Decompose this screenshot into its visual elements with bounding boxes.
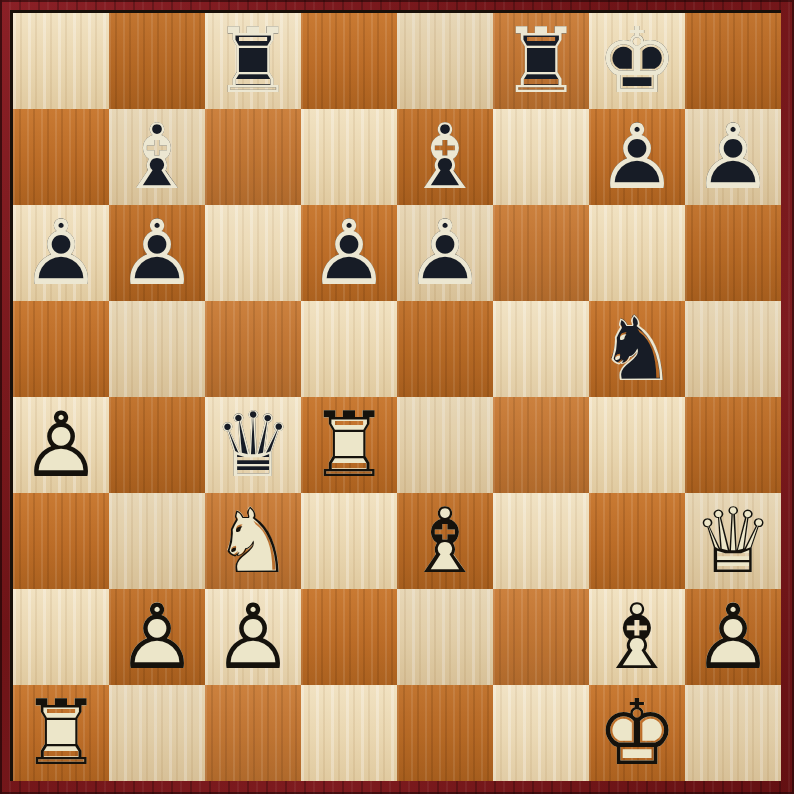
queen-outline-icon: ♕: [693, 493, 774, 589]
white-rook-a1[interactable]: ♜♖: [13, 685, 109, 781]
square-a5[interactable]: [13, 301, 109, 397]
square-h6[interactable]: [685, 205, 781, 301]
square-c8[interactable]: ♜♖: [205, 13, 301, 109]
rook-outline-icon: ♖: [21, 685, 102, 781]
square-a3[interactable]: [13, 493, 109, 589]
chess-board: ♜♖♜♖♚♔♝♗♝♗♟♙♟♙♟♙♟♙♟♙♟♙♞♘♟♙♛♕♜♖♞♘♝♗♛♕♟♙♟♙…: [13, 13, 781, 781]
square-g8[interactable]: ♚♔: [589, 13, 685, 109]
square-g6[interactable]: [589, 205, 685, 301]
king-outline-icon: ♔: [597, 685, 678, 781]
knight-outline-icon: ♘: [597, 301, 678, 397]
square-d7[interactable]: [301, 109, 397, 205]
square-c2[interactable]: ♟♙: [205, 589, 301, 685]
white-king-g1[interactable]: ♚♔: [589, 685, 685, 781]
square-g3[interactable]: [589, 493, 685, 589]
square-f8[interactable]: ♜♖: [493, 13, 589, 109]
white-queen-h3[interactable]: ♛♕: [685, 493, 781, 589]
square-g4[interactable]: [589, 397, 685, 493]
square-g7[interactable]: ♟♙: [589, 109, 685, 205]
pawn-outline-icon: ♙: [405, 205, 486, 301]
square-h5[interactable]: [685, 301, 781, 397]
white-bishop-g2[interactable]: ♝♗: [589, 589, 685, 685]
black-rook-c8[interactable]: ♜♖: [205, 13, 301, 109]
square-b7[interactable]: ♝♗: [109, 109, 205, 205]
square-e3[interactable]: ♝♗: [397, 493, 493, 589]
square-b6[interactable]: ♟♙: [109, 205, 205, 301]
square-a7[interactable]: [13, 109, 109, 205]
square-e2[interactable]: [397, 589, 493, 685]
square-h2[interactable]: ♟♙: [685, 589, 781, 685]
black-pawn-h7[interactable]: ♟♙: [685, 109, 781, 205]
black-bishop-e7[interactable]: ♝♗: [397, 109, 493, 205]
square-b5[interactable]: [109, 301, 205, 397]
square-e7[interactable]: ♝♗: [397, 109, 493, 205]
rook-outline-icon: ♖: [213, 13, 294, 109]
black-pawn-g7[interactable]: ♟♙: [589, 109, 685, 205]
square-c1[interactable]: [205, 685, 301, 781]
square-a1[interactable]: ♜♖: [13, 685, 109, 781]
square-c4[interactable]: ♛♕: [205, 397, 301, 493]
white-pawn-a4[interactable]: ♟♙: [13, 397, 109, 493]
square-a8[interactable]: [13, 13, 109, 109]
rook-outline-icon: ♖: [309, 397, 390, 493]
square-d4[interactable]: ♜♖: [301, 397, 397, 493]
black-bishop-b7[interactable]: ♝♗: [109, 109, 205, 205]
white-pawn-c2[interactable]: ♟♙: [205, 589, 301, 685]
pawn-outline-icon: ♙: [693, 589, 774, 685]
square-c7[interactable]: [205, 109, 301, 205]
square-f5[interactable]: [493, 301, 589, 397]
pawn-outline-icon: ♙: [21, 205, 102, 301]
queen-outline-icon: ♕: [213, 397, 294, 493]
bishop-outline-icon: ♗: [117, 109, 198, 205]
black-king-g8[interactable]: ♚♔: [589, 13, 685, 109]
square-d5[interactable]: [301, 301, 397, 397]
board-frame: ♜♖♜♖♚♔♝♗♝♗♟♙♟♙♟♙♟♙♟♙♟♙♞♘♟♙♛♕♜♖♞♘♝♗♛♕♟♙♟♙…: [0, 0, 794, 794]
square-h7[interactable]: ♟♙: [685, 109, 781, 205]
bishop-outline-icon: ♗: [597, 589, 678, 685]
white-bishop-e3[interactable]: ♝♗: [397, 493, 493, 589]
black-pawn-b6[interactable]: ♟♙: [109, 205, 205, 301]
black-knight-g5[interactable]: ♞♘: [589, 301, 685, 397]
pawn-outline-icon: ♙: [21, 397, 102, 493]
square-f4[interactable]: [493, 397, 589, 493]
pawn-outline-icon: ♙: [117, 205, 198, 301]
square-a4[interactable]: ♟♙: [13, 397, 109, 493]
square-d3[interactable]: [301, 493, 397, 589]
square-c5[interactable]: [205, 301, 301, 397]
square-b1[interactable]: [109, 685, 205, 781]
square-h3[interactable]: ♛♕: [685, 493, 781, 589]
square-d1[interactable]: [301, 685, 397, 781]
square-b4[interactable]: [109, 397, 205, 493]
square-b8[interactable]: [109, 13, 205, 109]
black-pawn-d6[interactable]: ♟♙: [301, 205, 397, 301]
square-e5[interactable]: [397, 301, 493, 397]
square-e6[interactable]: ♟♙: [397, 205, 493, 301]
pawn-outline-icon: ♙: [213, 589, 294, 685]
square-h4[interactable]: [685, 397, 781, 493]
king-outline-icon: ♔: [597, 13, 678, 109]
square-c3[interactable]: ♞♘: [205, 493, 301, 589]
rook-outline-icon: ♖: [501, 13, 582, 109]
square-d6[interactable]: ♟♙: [301, 205, 397, 301]
square-h1[interactable]: [685, 685, 781, 781]
square-b2[interactable]: ♟♙: [109, 589, 205, 685]
square-a2[interactable]: [13, 589, 109, 685]
square-f3[interactable]: [493, 493, 589, 589]
square-f6[interactable]: [493, 205, 589, 301]
knight-outline-icon: ♘: [213, 493, 294, 589]
square-d2[interactable]: [301, 589, 397, 685]
black-pawn-e6[interactable]: ♟♙: [397, 205, 493, 301]
white-pawn-h2[interactable]: ♟♙: [685, 589, 781, 685]
square-g2[interactable]: ♝♗: [589, 589, 685, 685]
square-e8[interactable]: [397, 13, 493, 109]
pawn-outline-icon: ♙: [117, 589, 198, 685]
bishop-outline-icon: ♗: [405, 109, 486, 205]
black-rook-f8[interactable]: ♜♖: [493, 13, 589, 109]
square-f7[interactable]: [493, 109, 589, 205]
white-knight-c3[interactable]: ♞♘: [205, 493, 301, 589]
black-pawn-a6[interactable]: ♟♙: [13, 205, 109, 301]
square-e1[interactable]: [397, 685, 493, 781]
bishop-outline-icon: ♗: [405, 493, 486, 589]
square-a6[interactable]: ♟♙: [13, 205, 109, 301]
pawn-outline-icon: ♙: [693, 109, 774, 205]
white-rook-d4[interactable]: ♜♖: [301, 397, 397, 493]
pawn-outline-icon: ♙: [597, 109, 678, 205]
white-pawn-b2[interactable]: ♟♙: [109, 589, 205, 685]
square-h8[interactable]: [685, 13, 781, 109]
pawn-outline-icon: ♙: [309, 205, 390, 301]
square-g5[interactable]: ♞♘: [589, 301, 685, 397]
square-g1[interactable]: ♚♔: [589, 685, 685, 781]
square-b3[interactable]: [109, 493, 205, 589]
square-c6[interactable]: [205, 205, 301, 301]
square-f1[interactable]: [493, 685, 589, 781]
black-queen-c4[interactable]: ♛♕: [205, 397, 301, 493]
square-d8[interactable]: [301, 13, 397, 109]
square-f2[interactable]: [493, 589, 589, 685]
square-e4[interactable]: [397, 397, 493, 493]
